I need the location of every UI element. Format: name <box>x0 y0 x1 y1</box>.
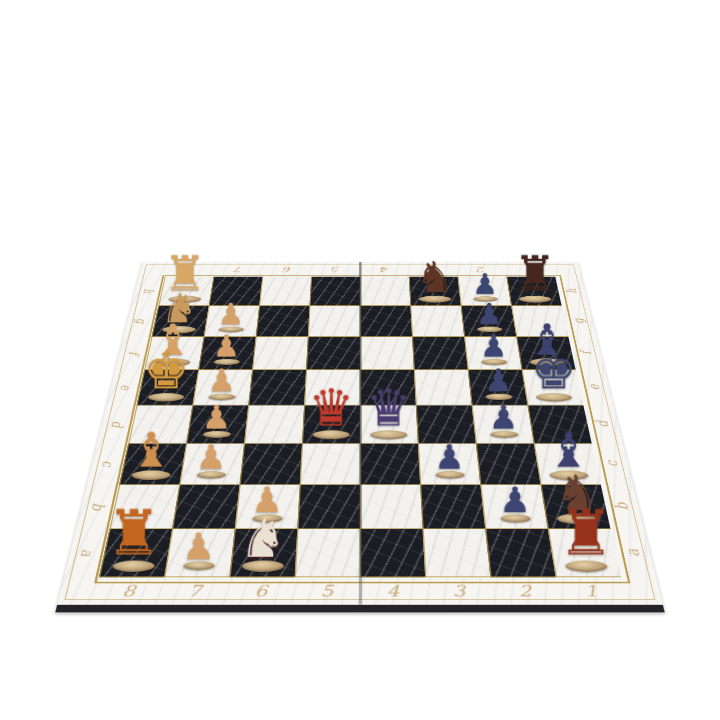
piece-tan-queen-d5[interactable]: ♛ <box>308 382 354 433</box>
file-label-right-f: f <box>577 351 595 354</box>
rank-label-near-6: 6 <box>254 582 268 600</box>
square-f6[interactable] <box>252 337 308 370</box>
square-f2[interactable] <box>464 337 522 370</box>
square-h8[interactable] <box>158 277 213 306</box>
piece-blue-pawn-b2[interactable]: ♟ <box>499 482 531 517</box>
square-g4[interactable] <box>360 306 412 337</box>
file-label-right-c: c <box>602 461 622 467</box>
perspective-stage: 8877665544332211aabbccddeeffgghh♜♞♜♝♚♝♛♞… <box>0 128 720 688</box>
square-e1[interactable] <box>522 370 584 406</box>
square-e6[interactable] <box>248 370 306 406</box>
square-e8[interactable] <box>137 370 199 406</box>
rank-label-near-1: 1 <box>583 582 599 600</box>
file-label-right-d: d <box>593 421 613 428</box>
piece-tan-pawn-d7[interactable]: ♟ <box>202 401 231 434</box>
square-a2[interactable] <box>485 529 556 577</box>
rank-label-near-5: 5 <box>320 582 333 600</box>
square-a3[interactable] <box>423 529 491 577</box>
file-label-right-b: b <box>611 503 633 511</box>
square-d6[interactable] <box>244 405 304 443</box>
square-a5[interactable] <box>295 529 360 577</box>
rank-label-near-3: 3 <box>452 582 466 600</box>
square-g3[interactable] <box>410 306 464 337</box>
piece-blue-pawn-d2[interactable]: ♟ <box>489 401 518 434</box>
square-g8[interactable] <box>152 306 209 337</box>
rank-label-far-7: 7 <box>234 265 243 274</box>
square-c4[interactable] <box>360 444 420 485</box>
square-h3[interactable] <box>409 277 461 306</box>
square-f4[interactable] <box>360 337 414 370</box>
square-b4[interactable] <box>360 485 423 529</box>
rank-label-near-2: 2 <box>517 582 532 600</box>
square-c5[interactable] <box>300 444 360 485</box>
square-f1[interactable] <box>516 337 575 370</box>
product-photo-canvas: 8877665544332211aabbccddeeffgghh♜♞♜♝♚♝♛♞… <box>0 0 720 720</box>
square-e3[interactable] <box>414 370 472 406</box>
square-h2[interactable] <box>458 277 512 306</box>
file-label-right-h: h <box>563 289 580 294</box>
piece-tan-knight-a6[interactable]: ♞ <box>239 512 287 565</box>
square-g5[interactable] <box>308 306 360 337</box>
square-f8[interactable] <box>144 337 203 370</box>
file-label-left-e: e <box>116 384 135 390</box>
file-label-left-f: f <box>125 351 143 354</box>
file-label-right-g: g <box>570 318 588 323</box>
square-h5[interactable] <box>310 277 360 306</box>
piece-tan-pawn-c7[interactable]: ♟ <box>196 440 227 474</box>
piece-tan-pawn-a7[interactable]: ♟ <box>182 528 215 565</box>
square-g7[interactable] <box>204 306 259 337</box>
square-h4[interactable] <box>360 277 410 306</box>
rank-label-near-4: 4 <box>386 582 399 600</box>
rank-label-far-6: 6 <box>283 265 292 274</box>
piece-tan-rook-a8[interactable]: ♜ <box>106 503 162 565</box>
piece-blue-pawn-c3[interactable]: ♟ <box>434 440 465 474</box>
square-b7[interactable] <box>172 485 239 529</box>
rank-label-near-8: 8 <box>121 582 137 600</box>
file-label-left-h: h <box>140 289 157 294</box>
square-h1[interactable] <box>506 277 561 306</box>
piece-tan-bishop-c8[interactable]: ♝ <box>130 426 173 474</box>
file-label-left-c: c <box>98 461 118 467</box>
square-g6[interactable] <box>256 306 310 337</box>
file-label-left-a: a <box>76 549 98 557</box>
square-f7[interactable] <box>198 337 256 370</box>
square-b5[interactable] <box>297 485 360 529</box>
square-h6[interactable] <box>259 277 311 306</box>
square-g2[interactable] <box>461 306 516 337</box>
piece-blue-rook-a1[interactable]: ♜ <box>558 503 614 565</box>
file-label-left-d: d <box>107 421 127 428</box>
file-label-left-g: g <box>132 318 150 323</box>
square-f5[interactable] <box>306 337 360 370</box>
file-label-right-e: e <box>585 384 604 390</box>
rank-label-near-7: 7 <box>187 582 202 600</box>
piece-blue-queen-d4[interactable]: ♛ <box>366 382 412 433</box>
square-b3[interactable] <box>420 485 485 529</box>
file-label-right-a: a <box>622 549 644 557</box>
square-a4[interactable] <box>360 529 425 577</box>
square-g1[interactable] <box>511 306 568 337</box>
square-h7[interactable] <box>209 277 263 306</box>
square-f3[interactable] <box>412 337 468 370</box>
chess-board: 8877665544332211aabbccddeeffgghh♜♞♜♝♚♝♛♞… <box>55 262 664 612</box>
rank-label-far-5: 5 <box>332 265 340 274</box>
rank-label-far-4: 4 <box>380 265 388 274</box>
